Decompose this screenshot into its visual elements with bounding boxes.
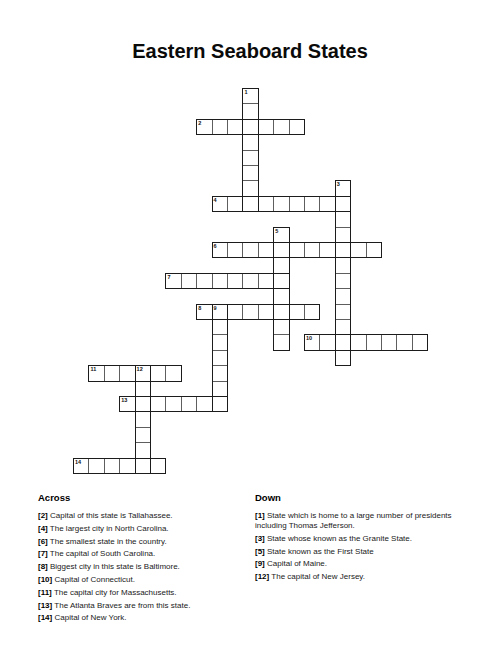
- grid-cell[interactable]: [335, 319, 351, 335]
- grid-cell[interactable]: [412, 334, 428, 350]
- clue-item: [14] Capital of New York.: [38, 613, 240, 623]
- grid-cell[interactable]: [212, 350, 228, 366]
- grid-cell[interactable]: [242, 150, 258, 166]
- clue-item: [11] The capital city for Massachusetts.: [38, 588, 240, 598]
- clue-item: [6] The smallest state in the country.: [38, 537, 240, 547]
- grid-cell[interactable]: [104, 458, 120, 474]
- clue-item-number: [14]: [38, 613, 52, 622]
- grid-cell[interactable]: [227, 196, 243, 212]
- down-header: Down: [255, 492, 475, 503]
- grid-cell[interactable]: [212, 396, 228, 412]
- puzzle-title: Eastern Seaboard States: [0, 40, 500, 63]
- clue-item: [8] Biggest city in this state is Baltim…: [38, 562, 240, 572]
- clue-item-number: [1]: [255, 511, 265, 520]
- grid-cell[interactable]: [88, 458, 104, 474]
- across-clues-section: Across [2] Capital of this state is Tall…: [38, 492, 240, 626]
- clue-item-number: [9]: [255, 559, 265, 568]
- grid-cell[interactable]: [335, 257, 351, 273]
- grid-cell[interactable]: [396, 334, 412, 350]
- grid-cell[interactable]: [289, 196, 305, 212]
- grid-cell[interactable]: [335, 350, 351, 366]
- grid-cell[interactable]: [150, 458, 166, 474]
- grid-cell[interactable]: [335, 227, 351, 243]
- grid-cell[interactable]: [227, 242, 243, 258]
- grid-cell[interactable]: [304, 304, 320, 320]
- crossword-grid: 1234567891011121314: [73, 88, 429, 474]
- grid-cell[interactable]: [135, 427, 151, 443]
- grid-cell[interactable]: [273, 334, 289, 350]
- grid-cell[interactable]: [366, 242, 382, 258]
- grid-cell[interactable]: [227, 273, 243, 289]
- grid-cell[interactable]: [212, 119, 228, 135]
- grid-cell[interactable]: [135, 458, 151, 474]
- grid-cell[interactable]: [381, 334, 397, 350]
- grid-cell[interactable]: [304, 196, 320, 212]
- grid-cell[interactable]: [119, 365, 135, 381]
- grid-cell[interactable]: [227, 119, 243, 135]
- clue-item-number: [6]: [38, 537, 48, 546]
- clue-item-number: [2]: [38, 511, 48, 520]
- clue-item-number: [11]: [38, 588, 52, 597]
- grid-cell[interactable]: [335, 242, 351, 258]
- grid-cell[interactable]: [135, 442, 151, 458]
- grid-cell[interactable]: [165, 396, 181, 412]
- across-clue-list: [2] Capital of this state is Tallahassee…: [38, 511, 240, 623]
- grid-cell[interactable]: [135, 411, 151, 427]
- grid-cell[interactable]: [242, 165, 258, 181]
- grid-cell[interactable]: [289, 119, 305, 135]
- grid-cell[interactable]: [88, 365, 104, 381]
- grid-cell[interactable]: [73, 458, 89, 474]
- clue-item-number: [12]: [255, 572, 269, 581]
- grid-cell[interactable]: [335, 180, 351, 196]
- grid-cell[interactable]: [242, 196, 258, 212]
- clue-item-number: [8]: [38, 562, 48, 571]
- grid-cell[interactable]: [273, 196, 289, 212]
- grid-cell[interactable]: [135, 365, 151, 381]
- grid-cell[interactable]: [273, 242, 289, 258]
- grid-cell[interactable]: [135, 396, 151, 412]
- clue-item: [1] State which is home to a large numbe…: [255, 511, 475, 531]
- grid-cell[interactable]: [258, 196, 274, 212]
- grid-cell[interactable]: [242, 273, 258, 289]
- grid-cell[interactable]: [196, 119, 212, 135]
- grid-cell[interactable]: [196, 273, 212, 289]
- grid-cell[interactable]: [212, 319, 228, 335]
- grid-cell[interactable]: [258, 304, 274, 320]
- clue-item-number: [10]: [38, 575, 52, 584]
- grid-cell[interactable]: [212, 196, 228, 212]
- grid-cell[interactable]: [119, 396, 135, 412]
- grid-cell[interactable]: [212, 273, 228, 289]
- clue-item: [4] The largest city in North Carolina.: [38, 524, 240, 534]
- grid-cell[interactable]: [150, 396, 166, 412]
- grid-cell[interactable]: [242, 134, 258, 150]
- grid-cell[interactable]: [350, 242, 366, 258]
- clue-item: [2] Capital of this state is Tallahassee…: [38, 511, 240, 521]
- grid-cell[interactable]: [258, 119, 274, 135]
- grid-cell[interactable]: [242, 88, 258, 104]
- grid-cell[interactable]: [319, 334, 335, 350]
- grid-cell[interactable]: [212, 304, 228, 320]
- grid-cell[interactable]: [165, 365, 181, 381]
- grid-cell[interactable]: [212, 365, 228, 381]
- grid-cell[interactable]: [212, 242, 228, 258]
- grid-cell[interactable]: [165, 273, 181, 289]
- grid-cell[interactable]: [304, 334, 320, 350]
- grid-cell[interactable]: [335, 211, 351, 227]
- grid-cell[interactable]: [242, 180, 258, 196]
- grid-cell[interactable]: [104, 365, 120, 381]
- grid-cell[interactable]: [335, 304, 351, 320]
- grid-cell[interactable]: [242, 119, 258, 135]
- grid-cell[interactable]: [273, 273, 289, 289]
- grid-cell[interactable]: [273, 304, 289, 320]
- grid-cell[interactable]: [273, 227, 289, 243]
- clue-item: [12] The capital of New Jersey.: [255, 572, 475, 582]
- grid-cell[interactable]: [273, 319, 289, 335]
- grid-cell[interactable]: [289, 242, 305, 258]
- grid-cell[interactable]: [335, 334, 351, 350]
- grid-cell[interactable]: [273, 119, 289, 135]
- grid-cell[interactable]: [242, 304, 258, 320]
- grid-cell[interactable]: [242, 103, 258, 119]
- grid-cell[interactable]: [212, 381, 228, 397]
- grid-cell[interactable]: [335, 288, 351, 304]
- clue-item: [10] Capital of Connecticut.: [38, 575, 240, 585]
- clue-item-number: [4]: [38, 524, 48, 533]
- grid-cell[interactable]: [319, 242, 335, 258]
- grid-cell[interactable]: [181, 273, 197, 289]
- clue-item: [9] Capital of Maine.: [255, 559, 475, 569]
- grid-cell[interactable]: [335, 196, 351, 212]
- clue-item-number: [13]: [38, 601, 52, 610]
- grid-cell[interactable]: [212, 334, 228, 350]
- grid-cell[interactable]: [366, 334, 382, 350]
- grid-cell[interactable]: [119, 458, 135, 474]
- grid-cell[interactable]: [350, 334, 366, 350]
- grid-cell[interactable]: [304, 242, 320, 258]
- clue-item: [3] State whose known as the Granite Sta…: [255, 534, 475, 544]
- clue-item: [7] The capital of South Carolina.: [38, 549, 240, 559]
- grid-cell[interactable]: [258, 242, 274, 258]
- clue-item-number: [3]: [255, 534, 265, 543]
- grid-cell[interactable]: [273, 257, 289, 273]
- grid-cell[interactable]: [135, 381, 151, 397]
- grid-cell[interactable]: [242, 242, 258, 258]
- grid-cell[interactable]: [273, 288, 289, 304]
- grid-cell[interactable]: [335, 273, 351, 289]
- grid-cell[interactable]: [289, 304, 305, 320]
- grid-cell[interactable]: [196, 304, 212, 320]
- clue-item: [5] State known as the First State: [255, 547, 475, 557]
- grid-cell[interactable]: [150, 365, 166, 381]
- grid-cell[interactable]: [181, 396, 197, 412]
- down-clues-section: Down [1] State which is home to a large …: [255, 492, 475, 585]
- clue-item: [13] The Atlanta Braves are from this st…: [38, 601, 240, 611]
- grid-cell[interactable]: [258, 273, 274, 289]
- down-clue-list: [1] State which is home to a large numbe…: [255, 511, 475, 582]
- clue-item-number: [5]: [255, 547, 265, 556]
- across-header: Across: [38, 492, 240, 503]
- grid-cell[interactable]: [196, 396, 212, 412]
- clue-item-number: [7]: [38, 549, 48, 558]
- grid-cell[interactable]: [227, 304, 243, 320]
- crossword-page: { "game": "crossword", "title": "Eastern…: [0, 0, 500, 647]
- grid-cell[interactable]: [319, 196, 335, 212]
